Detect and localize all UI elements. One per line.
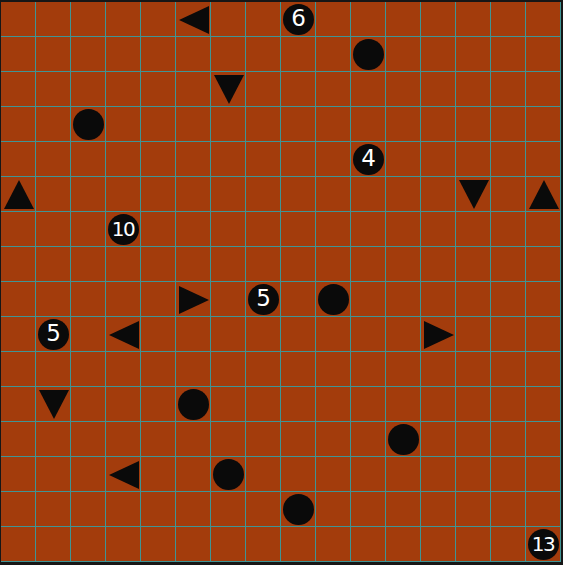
- piece-arrow-down-icon[interactable]: [39, 390, 69, 419]
- board-cell: [421, 317, 456, 352]
- piece-arrow-up-icon[interactable]: [4, 180, 34, 209]
- piece-arrow-left-icon[interactable]: [179, 6, 209, 34]
- piece-arrow-up-icon[interactable]: [529, 180, 559, 209]
- piece-disc-numbered[interactable]: 5: [248, 284, 279, 315]
- board-cell: 6: [281, 2, 316, 37]
- board-cell: [281, 492, 316, 527]
- board-cell: [386, 422, 421, 457]
- board-cell: [1, 177, 36, 212]
- piece-disc[interactable]: [178, 389, 209, 420]
- piece-arrow-down-icon[interactable]: [214, 75, 244, 104]
- board-cell: [526, 177, 561, 212]
- board-cell: [176, 2, 211, 37]
- piece-arrow-right-icon[interactable]: [179, 286, 209, 314]
- board-cell: 5: [246, 282, 281, 317]
- board-cell: [316, 282, 351, 317]
- board-frame: 64105513: [0, 0, 563, 565]
- piece-disc-numbered[interactable]: 10: [108, 214, 139, 245]
- piece-disc[interactable]: [213, 459, 244, 490]
- piece-disc-numbered[interactable]: 5: [38, 319, 69, 350]
- board-cell: [176, 387, 211, 422]
- piece-disc[interactable]: [388, 424, 419, 455]
- board-cell: [211, 457, 246, 492]
- board-cell: 4: [351, 142, 386, 177]
- piece-arrow-left-icon[interactable]: [109, 461, 139, 489]
- piece-disc[interactable]: [283, 494, 314, 525]
- piece-disc-numbered[interactable]: 4: [353, 144, 384, 175]
- disc-number: 10: [112, 219, 134, 239]
- board-cell: [351, 37, 386, 72]
- board-cell: [36, 387, 71, 422]
- disc-number: 6: [291, 7, 306, 30]
- piece-disc[interactable]: [318, 284, 349, 315]
- board-cell: [456, 177, 491, 212]
- puzzle-board[interactable]: 64105513: [1, 2, 561, 562]
- board-cell: [211, 72, 246, 107]
- piece-disc-numbered[interactable]: 13: [528, 529, 559, 560]
- board-cell: [106, 457, 141, 492]
- piece-disc[interactable]: [73, 109, 104, 140]
- board-cell: [71, 107, 106, 142]
- board-cell: 13: [526, 527, 561, 562]
- piece-disc[interactable]: [353, 39, 384, 70]
- board-cell: 10: [106, 212, 141, 247]
- board-cell: 5: [36, 317, 71, 352]
- piece-disc-numbered[interactable]: 6: [283, 4, 314, 35]
- disc-number: 5: [256, 287, 271, 310]
- disc-number: 5: [46, 322, 61, 345]
- disc-number: 13: [532, 534, 554, 554]
- piece-arrow-right-icon[interactable]: [424, 321, 454, 349]
- disc-number: 4: [361, 147, 376, 170]
- board-cell: [176, 282, 211, 317]
- piece-arrow-down-icon[interactable]: [459, 180, 489, 209]
- board-cell: [106, 317, 141, 352]
- piece-arrow-left-icon[interactable]: [109, 321, 139, 349]
